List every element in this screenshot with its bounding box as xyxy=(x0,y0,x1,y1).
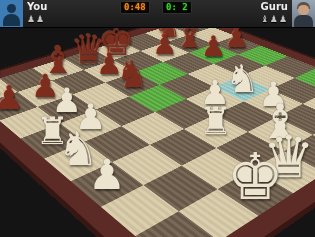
player-name-you: You xyxy=(27,1,47,13)
captured-tray-you: ♟♟ xyxy=(27,14,45,24)
app-window: You ♟♟ 0:48 0: 2 Guru ♝♟♟ ♜♞♝♟♚♟♟♛♝♟♞♞♜♟… xyxy=(0,0,315,237)
player-avatar-you xyxy=(0,0,23,27)
player-name-guru: Guru xyxy=(261,1,288,13)
piece-red-pawn[interactable]: ♟ xyxy=(0,82,24,115)
piece-red-knight[interactable]: ♞ xyxy=(116,56,149,93)
piece-white-king[interactable]: ♚ xyxy=(227,144,285,208)
white-clock: 0:48 xyxy=(120,1,150,14)
captured-tray-guru: ♝♟♟ xyxy=(261,14,288,24)
player-avatar-guru xyxy=(292,0,315,27)
piece-white-rook[interactable]: ♜ xyxy=(199,103,233,141)
piece-white-knight[interactable]: ♞ xyxy=(225,60,259,98)
black-clock: 0: 2 xyxy=(162,1,192,14)
piece-red-pawn[interactable]: ♟ xyxy=(152,31,177,59)
piece-red-pawn[interactable]: ♟ xyxy=(225,28,250,52)
top-bar: You ♟♟ 0:48 0: 2 Guru ♝♟♟ xyxy=(0,0,315,28)
piece-white-pawn[interactable]: ♟ xyxy=(88,153,125,195)
avatar-silhouette-icon xyxy=(7,4,16,13)
board-scene: ♜♞♝♟♚♟♟♛♝♟♞♞♜♟♟♟♟♟♟♟♜♝♜♞♛♟♚ xyxy=(0,28,315,237)
piece-red-pawn[interactable]: ♟ xyxy=(201,33,226,61)
